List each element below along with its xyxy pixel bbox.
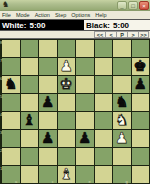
square-b6[interactable] — [21, 76, 39, 93]
square-c8[interactable] — [39, 40, 57, 57]
black-pawn-h6: ♟ — [134, 77, 147, 92]
square-a4[interactable] — [2, 112, 20, 129]
square-d2[interactable] — [58, 148, 76, 165]
square-c3[interactable]: ♟ — [39, 130, 57, 147]
black-clock: Black: 5:00 — [84, 20, 150, 30]
square-a5[interactable] — [2, 94, 20, 111]
square-f3[interactable] — [95, 130, 113, 147]
square-d4[interactable] — [58, 112, 76, 129]
black-clock-time: 5:00 — [113, 21, 129, 30]
square-h6[interactable]: ♟ — [132, 76, 150, 93]
square-e7[interactable] — [76, 58, 94, 75]
menu-bar: FileModeActionStepOptionsHelp — [0, 11, 150, 19]
file-label-a: a — [15, 180, 17, 184]
black-knight-g5: ♞ — [115, 95, 128, 110]
move-nav-bar: <<<P>>> — [0, 31, 150, 39]
menu-item-action[interactable]: Action — [35, 12, 50, 18]
square-g4[interactable]: ♞ — [113, 112, 131, 129]
square-c4[interactable] — [39, 112, 57, 129]
square-c2[interactable] — [39, 148, 57, 165]
square-h2[interactable] — [132, 148, 150, 165]
pause-button[interactable]: P — [116, 31, 127, 38]
square-h7[interactable]: ♚ — [132, 58, 150, 75]
rank-label-7: 7 — [0, 59, 3, 63]
board-grid: ♟♚♞♚♟♟♞♝♞♟♟♟♝ — [2, 40, 149, 183]
black-pawn-e3: ♟ — [78, 131, 91, 146]
square-g5[interactable]: ♞ — [113, 94, 131, 111]
square-f2[interactable] — [95, 148, 113, 165]
white-knight-g4: ♞ — [115, 113, 128, 128]
next-move-button[interactable]: > — [127, 31, 138, 38]
white-clock-time: 5:00 — [29, 21, 45, 30]
square-g8[interactable] — [113, 40, 131, 57]
chess-board: ♟♚♞♚♟♟♞♝♞♟♟♟♝ 87654321abcdefgh — [0, 39, 150, 184]
square-f8[interactable] — [95, 40, 113, 57]
black-pawn-c5: ♟ — [41, 95, 54, 110]
square-c1[interactable] — [39, 166, 57, 183]
square-a3[interactable] — [2, 130, 20, 147]
square-g7[interactable] — [113, 58, 131, 75]
window-titlebar[interactable]: ♞ _ □ × — [0, 0, 150, 11]
square-h5[interactable] — [132, 94, 150, 111]
first-move-button[interactable]: << — [94, 31, 105, 38]
square-e6[interactable] — [76, 76, 94, 93]
rank-label-6: 6 — [0, 77, 3, 81]
square-h1[interactable] — [132, 166, 150, 183]
rank-label-5: 5 — [0, 95, 3, 99]
square-a8[interactable] — [2, 40, 20, 57]
knight-app-icon: ♞ — [2, 1, 11, 9]
square-a6[interactable]: ♞ — [2, 76, 20, 93]
menu-item-options[interactable]: Options — [71, 12, 90, 18]
square-e2[interactable] — [76, 148, 94, 165]
maximize-button[interactable]: □ — [128, 1, 138, 10]
square-e3[interactable]: ♟ — [76, 130, 94, 147]
square-g3[interactable]: ♟ — [113, 130, 131, 147]
square-c7[interactable] — [39, 58, 57, 75]
square-d5[interactable] — [58, 94, 76, 111]
square-g2[interactable] — [113, 148, 131, 165]
black-king-h7: ♚ — [134, 59, 147, 74]
square-d8[interactable] — [58, 40, 76, 57]
square-d7[interactable]: ♟ — [58, 58, 76, 75]
square-h8[interactable] — [132, 40, 150, 57]
square-b8[interactable] — [21, 40, 39, 57]
square-c5[interactable]: ♟ — [39, 94, 57, 111]
minimize-button[interactable]: _ — [117, 1, 127, 10]
square-b5[interactable] — [21, 94, 39, 111]
square-g6[interactable] — [113, 76, 131, 93]
file-label-e: e — [89, 180, 91, 184]
file-label-b: b — [33, 180, 35, 184]
close-button[interactable]: × — [139, 1, 149, 10]
square-b3[interactable] — [21, 130, 39, 147]
square-h3[interactable] — [132, 130, 150, 147]
square-b4[interactable]: ♝ — [21, 112, 39, 129]
black-bishop-b4: ♝ — [23, 113, 36, 128]
square-h4[interactable] — [132, 112, 150, 129]
square-f4[interactable] — [95, 112, 113, 129]
square-c6[interactable] — [39, 76, 57, 93]
square-f6[interactable] — [95, 76, 113, 93]
rank-label-3: 3 — [0, 131, 3, 135]
black-clock-label: Black: — [86, 21, 110, 30]
rank-label-4: 4 — [0, 113, 3, 117]
black-knight-a6: ♞ — [4, 77, 17, 92]
square-e8[interactable] — [76, 40, 94, 57]
square-d3[interactable] — [58, 130, 76, 147]
menu-item-mode[interactable]: Mode — [16, 12, 30, 18]
square-b7[interactable] — [21, 58, 39, 75]
file-label-h: h — [144, 180, 146, 184]
square-e5[interactable] — [76, 94, 94, 111]
square-b2[interactable] — [21, 148, 39, 165]
prev-move-button[interactable]: < — [105, 31, 116, 38]
square-f5[interactable] — [95, 94, 113, 111]
square-g1[interactable] — [113, 166, 131, 183]
square-a2[interactable] — [2, 148, 20, 165]
menu-item-file[interactable]: File — [2, 12, 11, 18]
rank-label-1: 1 — [0, 167, 3, 171]
square-d6[interactable]: ♚ — [58, 76, 76, 93]
file-label-f: f — [107, 180, 108, 184]
square-f1[interactable] — [95, 166, 113, 183]
square-a7[interactable] — [2, 58, 20, 75]
square-e4[interactable] — [76, 112, 94, 129]
menu-item-step[interactable]: Step — [55, 12, 66, 18]
white-king-d6: ♚ — [60, 77, 73, 92]
menu-item-help[interactable]: Help — [95, 12, 106, 18]
rank-label-2: 2 — [0, 149, 3, 153]
white-pawn-d7: ♟ — [60, 59, 73, 74]
white-clock-active: White: 5:00 — [0, 20, 84, 30]
rank-label-8: 8 — [0, 41, 3, 45]
black-pawn-c3: ♟ — [41, 131, 54, 146]
square-f7[interactable] — [95, 58, 113, 75]
white-pawn-g3: ♟ — [115, 131, 128, 146]
file-label-d: d — [70, 180, 72, 184]
file-label-c: c — [52, 180, 54, 184]
file-label-g: g — [125, 180, 127, 184]
clock-bar: White: 5:00 Black: 5:00 — [0, 19, 150, 31]
white-clock-label: White: — [2, 21, 26, 30]
chess-app-window: ♞ _ □ × FileModeActionStepOptionsHelp Wh… — [0, 0, 150, 184]
last-move-button[interactable]: >> — [138, 31, 149, 38]
